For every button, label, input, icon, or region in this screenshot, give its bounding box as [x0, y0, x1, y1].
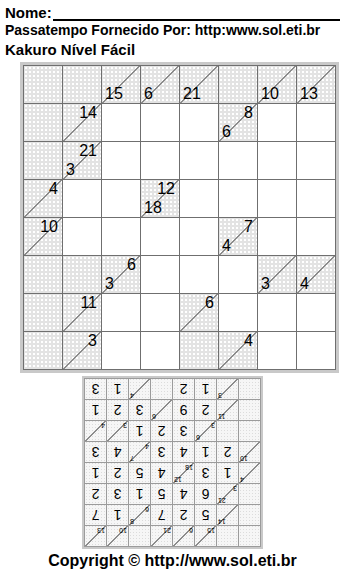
solution-clue-cell-r6c3: 63	[195, 421, 216, 441]
puzzle-empty-cell-r3c4[interactable]	[141, 142, 179, 179]
puzzle-clue-cell-r8c6: 4	[219, 332, 257, 369]
puzzle-block-cell-r7c1	[24, 294, 62, 331]
puzzle-across-clue-r7c5: 6	[205, 295, 214, 311]
solution-digit-r4c5: 4	[151, 463, 172, 483]
solution-down-clue-r6c3: 3	[211, 421, 215, 429]
solution-down-clue-r5c6: 4	[145, 442, 149, 450]
solution-digit-r5c3: 1	[195, 442, 216, 462]
solution-digit-r7c6: 3	[129, 400, 150, 420]
puzzle-block-cell-r8c1	[24, 332, 62, 369]
solution-fill-cell-r3c6: 1	[129, 484, 150, 504]
puzzle-down-clue-r1c8: 13	[300, 86, 318, 102]
puzzle-empty-cell-r8c7[interactable]	[258, 332, 296, 369]
solution-digit-r5c5: 3	[151, 442, 172, 462]
puzzle-block-cell-r2c1	[24, 104, 62, 141]
solution-clue-cell-r6c7: 3	[107, 421, 128, 441]
solution-clue-cell-r7c2: 11	[217, 400, 238, 420]
puzzle-block-cell-r6c2	[63, 256, 101, 293]
puzzle-down-clue-r4c4: 18	[144, 200, 162, 216]
solution-block-cell-r3c1	[239, 484, 260, 504]
provider-line: Passatempo Fornecido Por: http:www.sol.e…	[5, 21, 340, 40]
solution-fill-cell-r5c7: 4	[107, 442, 128, 462]
solution-digit-r4c8: 1	[85, 463, 106, 483]
puzzle-clue-cell-r6c3: 63	[102, 256, 140, 293]
solution-digit-r2c8: 7	[85, 505, 106, 525]
puzzle-across-clue-r2c2: 14	[79, 105, 97, 121]
solution-block-cell-r1c6	[129, 526, 150, 546]
puzzle-clue-cell-r1c8: 13	[297, 66, 335, 103]
puzzle-across-clue-r8c6: 4	[244, 333, 253, 349]
puzzle-clue-cell-r6c7: 3	[258, 256, 296, 293]
solution-digit-r7c4: 9	[173, 400, 194, 420]
solution-digit-r3c3: 6	[195, 484, 216, 504]
solution-block-cell-r8c5	[151, 379, 172, 399]
solution-digit-r3c4: 4	[173, 484, 194, 504]
puzzle-down-clue-r5c6: 4	[222, 238, 231, 254]
puzzle-clue-cell-r7c5: 6	[180, 294, 218, 331]
solution-clue-cell-r1c7: 10	[107, 526, 128, 546]
solution-block-cell-r6c2	[217, 421, 238, 441]
solution-fill-cell-r3c7: 3	[107, 484, 128, 504]
solution-digit-r5c8: 3	[85, 442, 106, 462]
solution-area: 1562110131452786172136451324131218452110…	[0, 376, 345, 549]
puzzle-clue-cell-r2c6: 86	[219, 104, 257, 141]
puzzle-grid: 1562110131486213412181074633411634	[23, 65, 336, 370]
solution-block-cell-r6c1	[239, 421, 260, 441]
puzzle-clue-cell-r8c2: 3	[63, 332, 101, 369]
solution-clue-cell-r5c6: 74	[129, 442, 150, 462]
puzzle-empty-cell-r5c8[interactable]	[297, 218, 335, 255]
puzzle-down-clue-r2c6: 6	[222, 124, 231, 140]
solution-across-clue-r6c3: 6	[196, 433, 200, 441]
solution-clue-cell-r1c3: 15	[195, 526, 216, 546]
solution-block-cell-r1c1	[239, 526, 260, 546]
puzzle-down-clue-r6c7: 3	[261, 276, 270, 292]
puzzle-down-clue-r1c4: 6	[144, 86, 153, 102]
solution-fill-cell-r6c4: 3	[173, 421, 194, 441]
puzzle-empty-cell-r5c3[interactable]	[102, 218, 140, 255]
page-title: Kakuro Nível Fácil	[5, 40, 340, 59]
solution-fill-cell-r3c5: 5	[151, 484, 172, 504]
puzzle-clue-cell-r1c5: 21	[180, 66, 218, 103]
solution-across-clue-r8c2: 3	[218, 391, 222, 399]
solution-fill-cell-r6c5: 2	[151, 421, 172, 441]
puzzle-empty-cell-r4c3[interactable]	[102, 180, 140, 217]
solution-block-cell-r8c1	[239, 379, 260, 399]
solution-fill-cell-r2c4: 2	[173, 505, 194, 525]
solution-fill-cell-r2c7: 1	[107, 505, 128, 525]
solution-across-clue-r4c1: 4	[240, 475, 244, 483]
puzzle-empty-cell-r3c8[interactable]	[297, 142, 335, 179]
solution-across-clue-r7c5: 6	[152, 412, 156, 420]
solution-fill-cell-r2c5: 7	[151, 505, 172, 525]
solution-digit-r5c7: 4	[107, 442, 128, 462]
puzzle-empty-cell-r8c3[interactable]	[102, 332, 140, 369]
solution-fill-cell-r6c6: 1	[129, 421, 150, 441]
puzzle-across-clue-r3c2: 21	[79, 143, 97, 159]
solution-fill-cell-r4c5: 4	[151, 463, 172, 483]
puzzle-empty-cell-r3c7[interactable]	[258, 142, 296, 179]
puzzle-block-cell-r8c5	[180, 332, 218, 369]
solution-digit-r7c8: 1	[85, 400, 106, 420]
solution-clue-cell-r1c8: 13	[85, 526, 106, 546]
solution-digit-r8c3: 1	[195, 379, 216, 399]
kakuro-puzzle-board: 1562110131486213412181074633411634	[20, 62, 339, 373]
puzzle-clue-cell-r1c3: 15	[102, 66, 140, 103]
puzzle-down-clue-r6c3: 3	[105, 276, 114, 292]
solution-fill-cell-r4c3: 3	[195, 463, 216, 483]
solution-down-clue-r1c5: 21	[163, 526, 171, 534]
puzzle-empty-cell-r2c8[interactable]	[297, 104, 335, 141]
solution-down-clue-r6c8: 4	[101, 421, 105, 429]
puzzle-clue-cell-r4c4: 1218	[141, 180, 179, 217]
puzzle-empty-cell-r2c4[interactable]	[141, 104, 179, 141]
solution-block-cell-r2c1	[239, 505, 260, 525]
solution-digit-r6c5: 2	[151, 421, 172, 441]
puzzle-empty-cell-r6c5[interactable]	[180, 256, 218, 293]
solution-clue-cell-r3c2: 213	[217, 484, 238, 504]
puzzle-empty-cell-r3c6[interactable]	[219, 142, 257, 179]
solution-down-clue-r1c3: 15	[207, 526, 215, 534]
solution-fill-cell-r8c4: 2	[173, 379, 194, 399]
solution-across-clue-r5c1: 10	[240, 454, 248, 462]
solution-across-clue-r7c2: 11	[218, 412, 225, 420]
solution-fill-cell-r3c4: 4	[173, 484, 194, 504]
puzzle-empty-cell-r7c4[interactable]	[141, 294, 179, 331]
puzzle-clue-cell-r6c8: 4	[297, 256, 335, 293]
solution-digit-r7c3: 2	[195, 400, 216, 420]
puzzle-clue-cell-r5c1: 10	[24, 218, 62, 255]
puzzle-clue-cell-r1c7: 10	[258, 66, 296, 103]
solution-block-cell-r1c2	[217, 526, 238, 546]
puzzle-empty-cell-r7c3[interactable]	[102, 294, 140, 331]
solution-fill-cell-r4c8: 1	[85, 463, 106, 483]
solution-across-clue-r2c6: 8	[130, 517, 134, 525]
solution-across-clue-r2c2: 14	[218, 517, 226, 525]
puzzle-empty-cell-r4c5[interactable]	[180, 180, 218, 217]
solution-fill-cell-r7c8: 1	[85, 400, 106, 420]
puzzle-across-clue-r8c2: 3	[88, 333, 97, 349]
puzzle-clue-cell-r2c2: 14	[63, 104, 101, 141]
puzzle-empty-cell-r7c8[interactable]	[297, 294, 335, 331]
solution-fill-cell-r7c3: 2	[195, 400, 216, 420]
solution-fill-cell-r5c2: 2	[217, 442, 238, 462]
puzzle-clue-cell-r3c2: 213	[63, 142, 101, 179]
puzzle-across-clue-r4c4: 12	[157, 181, 175, 197]
puzzle-down-clue-r1c5: 21	[183, 86, 201, 102]
solution-fill-cell-r3c3: 6	[195, 484, 216, 504]
solution-digit-r7c7: 2	[107, 400, 128, 420]
solution-digit-r3c7: 3	[107, 484, 128, 504]
solution-fill-cell-r7c6: 3	[129, 400, 150, 420]
solution-digit-r6c4: 3	[173, 421, 194, 441]
solution-clue-cell-r8c6: 4	[129, 379, 150, 399]
solution-clue-cell-r1c5: 21	[151, 526, 172, 546]
puzzle-empty-cell-r5c5[interactable]	[180, 218, 218, 255]
solution-down-clue-r6c7: 3	[123, 421, 127, 429]
puzzle-empty-cell-r8c8[interactable]	[297, 332, 335, 369]
puzzle-block-cell-r1c2	[63, 66, 101, 103]
kakuro-solution-board-rotated: 1562110131452786172136451324131218452110…	[82, 376, 263, 549]
puzzle-clue-cell-r4c1: 4	[24, 180, 62, 217]
name-row: Nome:	[5, 3, 340, 21]
solution-fill-cell-r7c4: 9	[173, 400, 194, 420]
puzzle-empty-cell-r5c2[interactable]	[63, 218, 101, 255]
puzzle-empty-cell-r2c7[interactable]	[258, 104, 296, 141]
solution-clue-cell-r7c5: 6	[151, 400, 172, 420]
solution-across-clue-r3c2: 21	[218, 496, 226, 504]
solution-digit-r3c5: 5	[151, 484, 172, 504]
solution-down-clue-r1c8: 13	[97, 526, 105, 534]
solution-digit-r5c2: 2	[217, 442, 238, 462]
puzzle-empty-cell-r6c6[interactable]	[219, 256, 257, 293]
copyright-line: Copyright © http://www.sol.eti.br	[0, 552, 345, 570]
solution-clue-cell-r8c2: 3	[217, 379, 238, 399]
solution-across-clue-r8c6: 4	[130, 391, 134, 399]
puzzle-clue-cell-r7c2: 11	[63, 294, 101, 331]
puzzle-empty-cell-r3c5[interactable]	[180, 142, 218, 179]
solution-digit-r3c8: 2	[85, 484, 106, 504]
solution-fill-cell-r5c4: 4	[173, 442, 194, 462]
solution-fill-cell-r2c8: 7	[85, 505, 106, 525]
puzzle-down-clue-r6c8: 4	[300, 276, 309, 292]
solution-fill-cell-r4c7: 2	[107, 463, 128, 483]
solution-fill-cell-r5c8: 3	[85, 442, 106, 462]
puzzle-down-clue-r1c3: 15	[105, 86, 123, 102]
solution-fill-cell-r8c3: 1	[195, 379, 216, 399]
puzzle-empty-cell-r2c5[interactable]	[180, 104, 218, 141]
puzzle-block-cell-r3c1	[24, 142, 62, 179]
solution-digit-r2c5: 7	[151, 505, 172, 525]
puzzle-empty-cell-r2c3[interactable]	[102, 104, 140, 141]
page-header: Nome: Passatempo Fornecido Por: http:www…	[0, 0, 345, 59]
solution-fill-cell-r7c7: 2	[107, 400, 128, 420]
solution-digit-r4c6: 5	[129, 463, 150, 483]
solution-digit-r3c6: 1	[129, 484, 150, 504]
solution-digit-r4c3: 3	[195, 463, 216, 483]
solution-grid: 1562110131452786172136451324131218452110…	[84, 378, 261, 547]
solution-fill-cell-r2c3: 5	[195, 505, 216, 525]
solution-down-clue-r2c6: 6	[145, 505, 149, 513]
solution-digit-r2c3: 5	[195, 505, 216, 525]
puzzle-down-clue-r1c7: 10	[261, 86, 279, 102]
solution-digit-r4c2: 1	[217, 463, 238, 483]
solution-fill-cell-r3c8: 2	[85, 484, 106, 504]
solution-fill-cell-r5c3: 1	[195, 442, 216, 462]
name-blank-line	[53, 6, 340, 21]
puzzle-across-clue-r4c1: 4	[49, 181, 58, 197]
solution-down-clue-r1c7: 10	[119, 526, 127, 534]
puzzle-across-clue-r5c6: 7	[244, 219, 253, 235]
solution-fill-cell-r8c7: 1	[107, 379, 128, 399]
solution-clue-cell-r6c8: 4	[85, 421, 106, 441]
solution-down-clue-r4c4: 18	[185, 463, 193, 471]
name-label: Nome:	[5, 4, 52, 21]
puzzle-empty-cell-r4c7[interactable]	[258, 180, 296, 217]
solution-digit-r2c7: 1	[107, 505, 128, 525]
solution-fill-cell-r5c5: 3	[151, 442, 172, 462]
solution-digit-r8c8: 3	[85, 379, 106, 399]
solution-digit-r8c7: 1	[107, 379, 128, 399]
solution-clue-cell-r4c4: 1218	[173, 463, 194, 483]
puzzle-empty-cell-r7c6[interactable]	[219, 294, 257, 331]
puzzle-block-cell-r1c1	[24, 66, 62, 103]
solution-clue-cell-r4c1: 4	[239, 463, 260, 483]
solution-fill-cell-r4c6: 5	[129, 463, 150, 483]
solution-down-clue-r1c4: 6	[189, 526, 193, 534]
puzzle-empty-cell-r6c4[interactable]	[141, 256, 179, 293]
puzzle-block-cell-r1c6	[219, 66, 257, 103]
solution-clue-cell-r1c4: 6	[173, 526, 194, 546]
solution-clue-cell-r5c1: 10	[239, 442, 260, 462]
puzzle-across-clue-r6c3: 6	[127, 257, 136, 273]
solution-digit-r2c4: 2	[173, 505, 194, 525]
solution-block-cell-r7c1	[239, 400, 260, 420]
solution-across-clue-r5c6: 7	[130, 454, 134, 462]
solution-digit-r6c6: 1	[129, 421, 150, 441]
solution-across-clue-r4c4: 12	[174, 475, 182, 483]
puzzle-across-clue-r7c2: 11	[80, 295, 97, 311]
puzzle-empty-cell-r7c7[interactable]	[258, 294, 296, 331]
puzzle-clue-cell-r1c4: 6	[141, 66, 179, 103]
puzzle-empty-cell-r4c8[interactable]	[297, 180, 335, 217]
puzzle-across-clue-r2c6: 8	[244, 105, 253, 121]
puzzle-empty-cell-r8c4[interactable]	[141, 332, 179, 369]
puzzle-block-cell-r6c1	[24, 256, 62, 293]
solution-fill-cell-r4c2: 1	[217, 463, 238, 483]
solution-fill-cell-r8c8: 3	[85, 379, 106, 399]
puzzle-down-clue-r3c2: 3	[66, 162, 75, 178]
solution-clue-cell-r2c2: 14	[217, 505, 238, 525]
solution-down-clue-r3c2: 3	[233, 484, 237, 492]
solution-clue-cell-r2c6: 86	[129, 505, 150, 525]
puzzle-across-clue-r5c1: 10	[40, 219, 58, 235]
puzzle-empty-cell-r4c2[interactable]	[63, 180, 101, 217]
puzzle-empty-cell-r4c6[interactable]	[219, 180, 257, 217]
solution-digit-r4c7: 2	[107, 463, 128, 483]
puzzle-clue-cell-r5c6: 74	[219, 218, 257, 255]
solution-digit-r8c4: 2	[173, 379, 194, 399]
puzzle-empty-cell-r5c4[interactable]	[141, 218, 179, 255]
puzzle-empty-cell-r3c3[interactable]	[102, 142, 140, 179]
puzzle-empty-cell-r5c7[interactable]	[258, 218, 296, 255]
solution-digit-r5c4: 4	[173, 442, 194, 462]
